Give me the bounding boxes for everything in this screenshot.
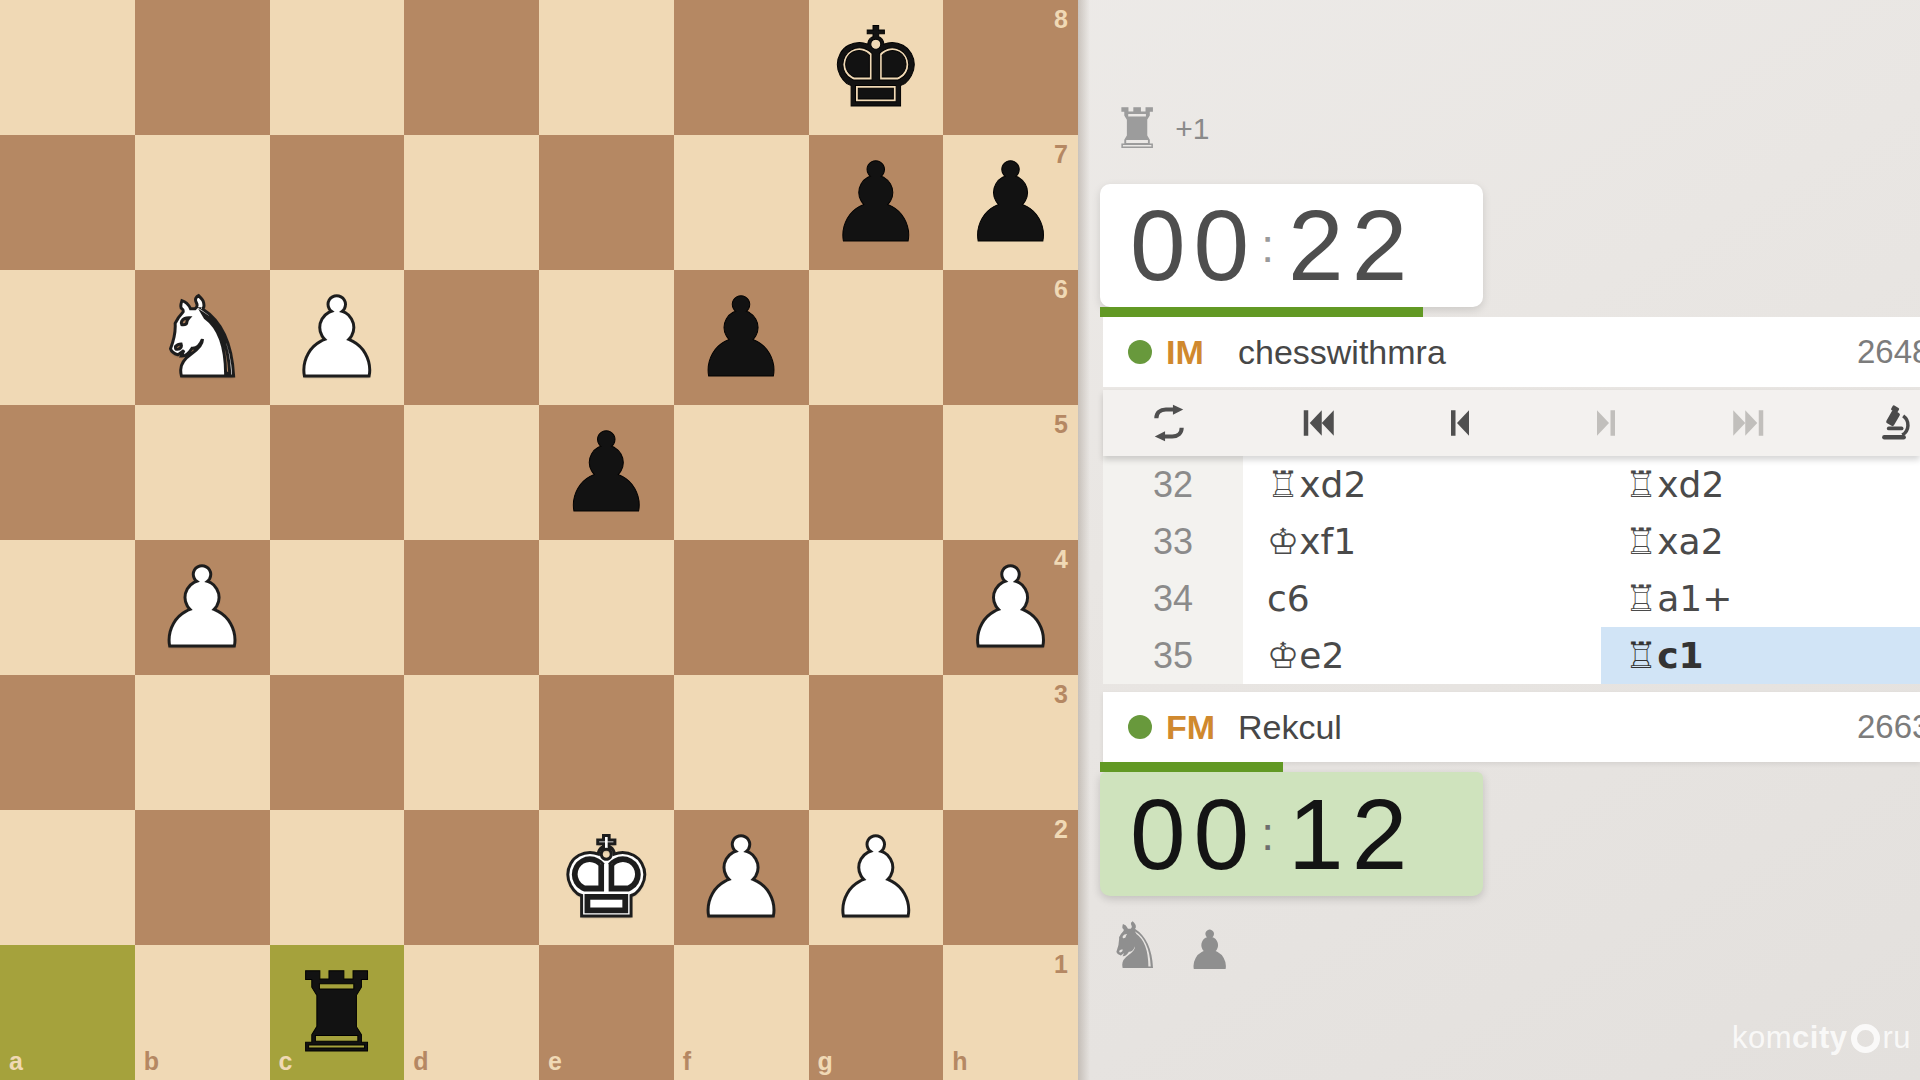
square-e6[interactable] xyxy=(539,270,674,405)
rank-label-7: 7 xyxy=(1054,142,1068,167)
square-a6[interactable] xyxy=(0,270,135,405)
square-b1[interactable]: b xyxy=(135,945,270,1080)
square-h2[interactable]: 2 xyxy=(943,810,1078,945)
last-move-icon xyxy=(1729,405,1769,441)
clock-bottom: 00 : 12 xyxy=(1100,772,1483,896)
clock-top: 00 : 22 xyxy=(1100,184,1483,307)
square-g8[interactable]: ♚ xyxy=(809,0,944,135)
square-h4[interactable]: 4♟ xyxy=(943,540,1078,675)
move-row-33: 33♔xf1♖xa2 xyxy=(1103,513,1920,570)
square-f3[interactable] xyxy=(674,675,809,810)
square-d7[interactable] xyxy=(404,135,539,270)
square-g4[interactable] xyxy=(809,540,944,675)
player-rating-bottom: 2663 xyxy=(1857,692,1920,762)
black-king-g8: ♚ xyxy=(809,0,944,135)
square-c6[interactable]: ♟ xyxy=(270,270,405,405)
rank-label-3: 3 xyxy=(1054,682,1068,707)
square-a1[interactable]: a xyxy=(0,945,135,1080)
square-b5[interactable] xyxy=(135,405,270,540)
first-move-button[interactable] xyxy=(1294,399,1342,447)
move-number: 33 xyxy=(1103,513,1243,570)
square-c7[interactable] xyxy=(270,135,405,270)
move-row-32: 32♖xd2♖xd2 xyxy=(1103,456,1920,513)
square-e5[interactable]: ♟ xyxy=(539,405,674,540)
clock-top-time-bar xyxy=(1100,307,1423,317)
microscope-icon xyxy=(1875,404,1913,442)
square-g5[interactable] xyxy=(809,405,944,540)
file-label-d: d xyxy=(413,1049,428,1074)
file-label-b: b xyxy=(144,1049,159,1074)
square-d1[interactable]: d xyxy=(404,945,539,1080)
player-name-bottom[interactable]: Rekcul xyxy=(1238,692,1342,762)
square-c4[interactable] xyxy=(270,540,405,675)
rank-label-4: 4 xyxy=(1054,547,1068,572)
square-e1[interactable]: e xyxy=(539,945,674,1080)
square-f2[interactable]: ♟ xyxy=(674,810,809,945)
flip-board-icon xyxy=(1150,404,1188,442)
move-list: 32♖xd2♖xd233♔xf1♖xa234c6♖a1+35♔e2♖c1 xyxy=(1103,456,1920,684)
file-label-c: c xyxy=(279,1049,293,1074)
previous-move-button[interactable] xyxy=(1436,399,1484,447)
square-b4[interactable]: ♟ xyxy=(135,540,270,675)
square-g3[interactable] xyxy=(809,675,944,810)
replay-controls xyxy=(1103,390,1920,456)
black-pawn-g7: ♟ xyxy=(809,135,944,270)
square-g2[interactable]: ♟ xyxy=(809,810,944,945)
first-move-icon xyxy=(1298,405,1338,441)
square-a7[interactable] xyxy=(0,135,135,270)
move-number: 35 xyxy=(1103,627,1243,684)
square-h6[interactable]: 6 xyxy=(943,270,1078,405)
site-watermark: komcityru xyxy=(1732,1020,1911,1056)
analysis-button[interactable] xyxy=(1870,399,1918,447)
player-name-top[interactable]: chesswithmra xyxy=(1238,317,1446,387)
white-pawn-g2: ♟ xyxy=(809,810,944,945)
move-number: 34 xyxy=(1103,570,1243,627)
captured-pawn-icon: ♟ xyxy=(1185,924,1233,978)
flip-board-button[interactable] xyxy=(1145,399,1193,447)
watermark-kom: kom xyxy=(1732,1020,1792,1056)
watermark-ru: ru xyxy=(1883,1020,1912,1056)
square-d6[interactable] xyxy=(404,270,539,405)
board-edge-shadow xyxy=(1078,0,1090,1080)
material-advantage: +1 xyxy=(1175,112,1209,146)
clock-bottom-minutes: 00 xyxy=(1130,777,1257,892)
square-b3[interactable] xyxy=(135,675,270,810)
black-move-33[interactable]: ♖xa2 xyxy=(1601,513,1920,570)
rank-label-8: 8 xyxy=(1054,7,1068,32)
watermark-ring-icon xyxy=(1851,1024,1880,1053)
white-move-33[interactable]: ♔xf1 xyxy=(1243,513,1601,570)
square-e7[interactable] xyxy=(539,135,674,270)
clock-top-colon: : xyxy=(1261,219,1274,273)
white-move-34[interactable]: c6 xyxy=(1243,570,1601,627)
square-f4[interactable] xyxy=(674,540,809,675)
file-label-g: g xyxy=(818,1049,833,1074)
square-c1[interactable]: c♜ xyxy=(270,945,405,1080)
clock-top-seconds: 22 xyxy=(1288,188,1415,303)
rank-label-5: 5 xyxy=(1054,412,1068,437)
material-top: ♜ +1 xyxy=(1112,96,1209,162)
player-rating-top: 2648 xyxy=(1857,317,1920,387)
square-d2[interactable] xyxy=(404,810,539,945)
black-pawn-e5: ♟ xyxy=(539,405,674,540)
white-move-35[interactable]: ♔e2 xyxy=(1243,627,1601,684)
white-pawn-f2: ♟ xyxy=(674,810,809,945)
square-c3[interactable] xyxy=(270,675,405,810)
player-title-bottom: FM xyxy=(1166,692,1215,762)
file-label-e: e xyxy=(548,1049,562,1074)
watermark-city: city xyxy=(1792,1020,1847,1056)
clock-bottom-seconds: 12 xyxy=(1288,777,1415,892)
black-move-32[interactable]: ♖xd2 xyxy=(1601,456,1920,513)
player-title-top: IM xyxy=(1166,317,1204,387)
square-h7[interactable]: 7♟ xyxy=(943,135,1078,270)
square-a2[interactable] xyxy=(0,810,135,945)
square-f1[interactable]: f xyxy=(674,945,809,1080)
file-label-f: f xyxy=(683,1049,691,1074)
next-move-button[interactable] xyxy=(1582,399,1630,447)
square-d5[interactable] xyxy=(404,405,539,540)
white-pawn-c6: ♟ xyxy=(270,270,405,405)
previous-move-icon xyxy=(1442,405,1478,441)
square-d3[interactable] xyxy=(404,675,539,810)
black-move-35[interactable]: ♖c1 xyxy=(1601,627,1920,684)
square-a3[interactable] xyxy=(0,675,135,810)
square-e2[interactable]: ♚ xyxy=(539,810,674,945)
clock-top-minutes: 00 xyxy=(1130,188,1257,303)
black-pawn-f6: ♟ xyxy=(674,270,809,405)
square-f6[interactable]: ♟ xyxy=(674,270,809,405)
online-dot xyxy=(1128,340,1152,364)
square-h1[interactable]: 1h xyxy=(943,945,1078,1080)
square-c5[interactable] xyxy=(270,405,405,540)
next-move-icon xyxy=(1588,405,1624,441)
move-row-35: 35♔e2♖c1 xyxy=(1103,627,1920,684)
square-f5[interactable] xyxy=(674,405,809,540)
move-number: 32 xyxy=(1103,456,1243,513)
square-c2[interactable] xyxy=(270,810,405,945)
square-g7[interactable]: ♟ xyxy=(809,135,944,270)
square-h5[interactable]: 5 xyxy=(943,405,1078,540)
square-b2[interactable] xyxy=(135,810,270,945)
player-row-bottom: FM Rekcul 2663 xyxy=(1103,692,1920,762)
chess-board[interactable]: ♚8♟7♟♞♟♟6♟5♟4♟3♚♟♟2abc♜defg1h xyxy=(0,0,1078,1080)
clock-bottom-colon: : xyxy=(1261,807,1274,861)
square-a4[interactable] xyxy=(0,540,135,675)
square-g6[interactable] xyxy=(809,270,944,405)
white-king-e2: ♚ xyxy=(539,810,674,945)
square-d4[interactable] xyxy=(404,540,539,675)
square-a8[interactable] xyxy=(0,0,135,135)
white-move-32[interactable]: ♖xd2 xyxy=(1243,456,1601,513)
square-d8[interactable] xyxy=(404,0,539,135)
white-pawn-b4: ♟ xyxy=(135,540,270,675)
square-b8[interactable] xyxy=(135,0,270,135)
square-b7[interactable] xyxy=(135,135,270,270)
square-c8[interactable] xyxy=(270,0,405,135)
file-label-h: h xyxy=(952,1049,967,1074)
online-dot xyxy=(1128,715,1152,739)
square-h8[interactable]: 8 xyxy=(943,0,1078,135)
square-f7[interactable] xyxy=(674,135,809,270)
square-a5[interactable] xyxy=(0,405,135,540)
rank-label-2: 2 xyxy=(1054,817,1068,842)
last-move-button[interactable] xyxy=(1725,399,1773,447)
square-e8[interactable] xyxy=(539,0,674,135)
square-f8[interactable] xyxy=(674,0,809,135)
square-h3[interactable]: 3 xyxy=(943,675,1078,810)
captured-rook-icon: ♜ xyxy=(1112,101,1162,157)
file-label-a: a xyxy=(9,1049,23,1074)
move-row-34: 34c6♖a1+ xyxy=(1103,570,1920,627)
square-e4[interactable] xyxy=(539,540,674,675)
rank-label-1: 1 xyxy=(1054,952,1068,977)
clock-bottom-time-bar xyxy=(1100,762,1283,772)
square-b6[interactable]: ♞ xyxy=(135,270,270,405)
player-row-top: IM chesswithmra 2648 xyxy=(1103,317,1920,387)
rank-label-6: 6 xyxy=(1054,277,1068,302)
square-g1[interactable]: g xyxy=(809,945,944,1080)
captured-knight-icon: ♞ xyxy=(1106,914,1163,978)
square-e3[interactable] xyxy=(539,675,674,810)
black-move-34[interactable]: ♖a1+ xyxy=(1601,570,1920,627)
material-bottom: ♞♟ xyxy=(1106,908,1234,978)
white-knight-b6: ♞ xyxy=(135,270,270,405)
